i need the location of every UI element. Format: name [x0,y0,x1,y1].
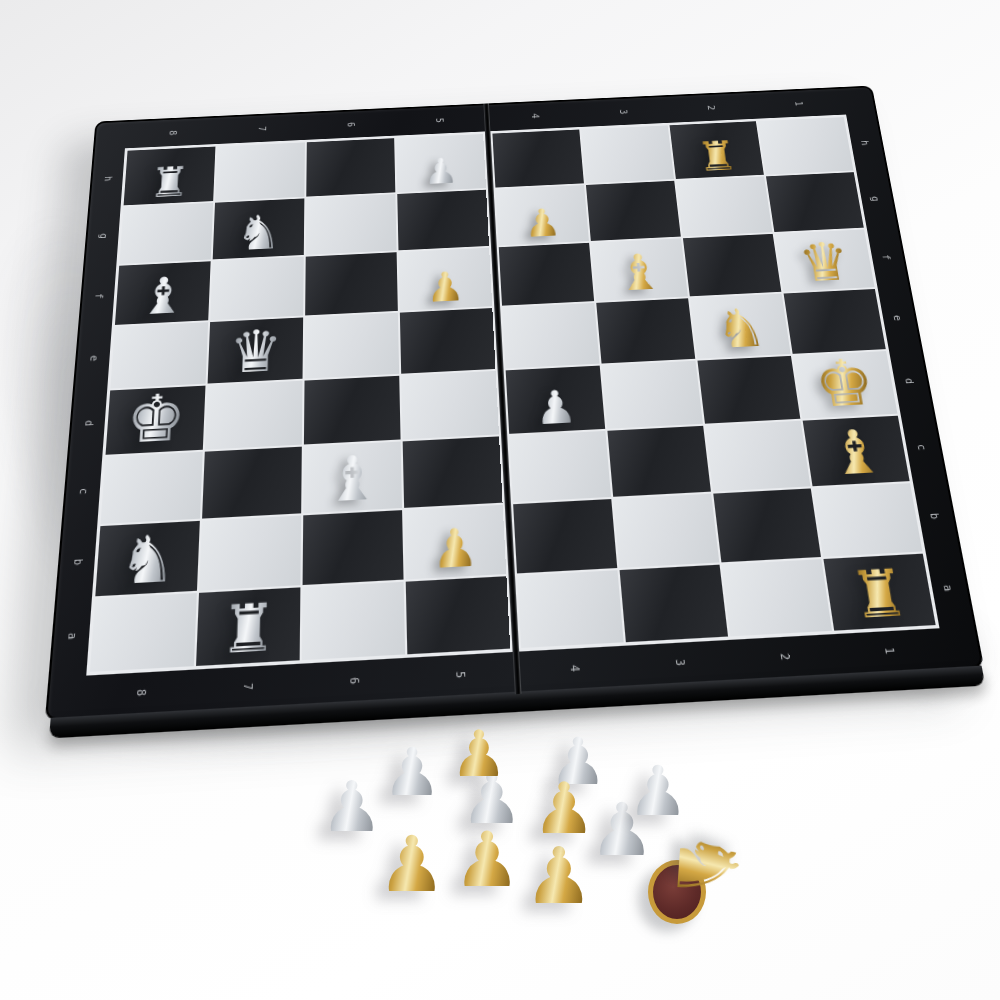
square-c5 [403,436,503,507]
captured-gold-pawn-11: ♟ [532,773,596,844]
square-b4 [513,499,617,573]
piece-silver-queen-e7: ♛ [228,321,283,381]
knight-felt-base [648,860,706,924]
square-c4 [509,431,611,502]
piece-gold-king-d1: ♚ [810,350,879,417]
square-h2: ♜ [670,121,764,179]
square-a4 [517,570,624,648]
square-d8: ♚ [106,386,206,455]
square-h4 [492,130,584,188]
square-a7: ♜ [196,587,300,666]
square-b2 [713,488,821,562]
square-a3 [620,565,728,643]
captured-silver-pawn-6: ♟ [627,757,689,826]
piece-silver-knight-g7: ♞ [235,208,282,257]
square-h7 [215,142,305,201]
square-g6 [306,194,397,255]
piece-gold-pawn-f5: ♟ [425,266,465,308]
square-g4: ♟ [496,185,589,245]
square-b5: ♟ [404,505,506,580]
play-area: ♜♟♜♞♟♝♟♝♛♛♞♚♟♚♝♝♞♟♜♜ [86,115,939,676]
chess-board: 87654321 87654321 hgfedcba hgfedcba ♜♟♜♞… [45,86,984,721]
knight-glyph: ♞ [663,826,750,905]
square-d2 [697,356,800,424]
piece-gold-knight-e2: ♞ [712,301,769,356]
square-c1: ♝ [803,416,910,487]
square-a1: ♜ [823,554,935,631]
square-c2 [705,421,810,492]
piece-silver-rook-h8: ♜ [148,160,191,203]
square-f1: ♛ [775,229,875,291]
piece-silver-bishop-f8: ♝ [138,271,188,323]
square-c8 [101,452,203,524]
square-a2 [722,559,832,636]
square-b8: ♞ [95,521,200,596]
square-f7 [210,257,304,320]
square-b3 [613,494,719,568]
square-e6 [305,313,400,379]
piece-silver-knight-b8: ♞ [117,525,178,594]
square-h1 [758,117,854,175]
piece-gold-rook-a1: ♜ [847,560,913,628]
square-e4 [502,303,599,368]
square-f2 [683,234,781,296]
piece-gold-pawn-g4: ♟ [523,204,562,244]
board-frame: 87654321 87654321 hgfedcba hgfedcba ♜♟♜♞… [45,86,984,721]
square-g1 [766,172,864,232]
square-a8 [90,593,197,672]
captured-gold-pawn-10: ♟ [524,837,594,915]
square-f4 [499,243,594,306]
piece-gold-bishop-f3: ♝ [614,247,666,299]
piece-gold-bishop-c1: ♝ [824,421,888,484]
captured-silver-pawn-5: ♟ [589,793,654,866]
piece-silver-rook-a7: ♜ [219,594,277,663]
square-b6 [303,510,404,585]
square-c7 [202,447,302,519]
square-b1 [813,483,923,557]
piece-silver-pawn-h5: ♟ [423,154,459,190]
square-f3: ♝ [591,238,688,301]
square-f6 [305,252,398,315]
square-h3 [581,125,674,183]
square-d4: ♟ [506,366,606,434]
square-h5: ♟ [396,134,486,192]
scene: 87654321 87654321 hgfedcba hgfedcba ♜♟♜♞… [0,0,1000,1000]
square-a5 [406,576,511,654]
piece-silver-pawn-d4: ♟ [533,383,578,431]
captured-silver-pawn-3: ♟ [461,764,524,834]
piece-gold-queen-f1: ♛ [795,235,854,290]
piece-gold-pawn-b5: ♟ [431,521,480,577]
square-h8: ♜ [124,147,216,206]
square-g2 [676,176,772,236]
square-c6: ♝ [303,442,402,514]
square-f5: ♟ [399,248,493,311]
square-g7: ♞ [213,198,305,259]
square-g8 [119,203,213,264]
captured-silver-pawn-1: ♟ [321,772,384,842]
square-c3 [607,426,711,497]
square-g3 [586,181,681,241]
square-g5 [397,190,489,251]
square-d1: ♚ [793,351,898,419]
square-d6 [304,376,401,445]
captured-gold-pawn-9: ♟ [453,822,521,898]
square-h6 [306,138,395,196]
square-b7 [199,515,301,590]
square-e1 [784,289,886,354]
square-d7 [205,381,303,450]
piece-silver-king-d8: ♚ [124,385,187,453]
square-e8 [110,322,208,388]
square-e7: ♛ [208,317,304,383]
square-d3 [602,361,703,429]
captured-gold-pawn-8: ♟ [377,826,446,903]
square-e3 [596,298,695,363]
square-d5 [401,371,499,439]
square-e5 [400,308,496,374]
piece-silver-bishop-c6: ♝ [325,447,381,511]
piece-gold-rook-h2: ♜ [695,135,740,177]
square-e2: ♞ [690,294,791,359]
square-f8: ♝ [115,261,211,325]
square-a6 [302,582,405,660]
